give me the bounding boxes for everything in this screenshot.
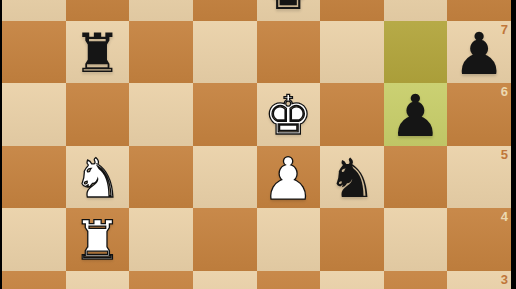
rank-label-5: 5 [501,147,508,162]
square-a4[interactable] [2,208,66,271]
black-pawn[interactable]: ♟ [384,85,448,148]
square-c5[interactable] [129,146,193,209]
square-g3[interactable] [384,271,448,289]
white-king[interactable]: ♚ [257,85,321,148]
square-a5[interactable] [2,146,66,209]
square-e6[interactable]: ♚ [257,83,321,146]
square-b3[interactable] [66,271,130,289]
square-h6[interactable]: 6 [447,83,511,146]
square-h4[interactable]: 4 [447,208,511,271]
square-g8[interactable] [384,0,448,21]
square-b7[interactable]: ♜ [66,21,130,84]
square-e8[interactable]: ♚ [257,0,321,21]
chessboard-frame: ♚8♜7♟♚♟6♞♟♞5♜4321 [0,0,516,289]
square-c7[interactable] [129,21,193,84]
square-d6[interactable] [193,83,257,146]
white-rook[interactable]: ♜ [66,210,130,273]
square-g5[interactable] [384,146,448,209]
square-g4[interactable] [384,208,448,271]
square-f7[interactable] [320,21,384,84]
square-d4[interactable] [193,208,257,271]
square-c6[interactable] [129,83,193,146]
square-d8[interactable] [193,0,257,21]
square-e7[interactable] [257,21,321,84]
square-g6[interactable]: ♟ [384,83,448,146]
square-e4[interactable] [257,208,321,271]
square-f3[interactable] [320,271,384,289]
white-pawn[interactable]: ♟ [257,148,321,211]
white-knight[interactable]: ♞ [66,148,130,211]
square-b4[interactable]: ♜ [66,208,130,271]
black-rook[interactable]: ♜ [66,23,130,86]
square-a3[interactable] [2,271,66,289]
square-f8[interactable] [320,0,384,21]
square-e5[interactable]: ♟ [257,146,321,209]
square-d5[interactable] [193,146,257,209]
square-c8[interactable] [129,0,193,21]
square-d3[interactable] [193,271,257,289]
chessboard: ♚8♜7♟♚♟6♞♟♞5♜4321 [2,0,511,289]
square-h8[interactable]: 8 [447,0,511,21]
square-a6[interactable] [2,83,66,146]
square-f4[interactable] [320,208,384,271]
square-c3[interactable] [129,271,193,289]
square-h3[interactable]: 3 [447,271,511,289]
square-b5[interactable]: ♞ [66,146,130,209]
square-b8[interactable] [66,0,130,21]
square-f6[interactable] [320,83,384,146]
black-knight[interactable]: ♞ [320,148,384,211]
rank-label-4: 4 [501,209,508,224]
square-h5[interactable]: 5 [447,146,511,209]
square-f5[interactable]: ♞ [320,146,384,209]
black-king[interactable]: ♚ [257,0,321,23]
square-e3[interactable] [257,271,321,289]
square-a7[interactable] [2,21,66,84]
square-b6[interactable] [66,83,130,146]
rank-label-3: 3 [501,272,508,287]
square-d7[interactable] [193,21,257,84]
square-a8[interactable] [2,0,66,21]
square-h7[interactable]: 7♟ [447,21,511,84]
rank-label-6: 6 [501,84,508,99]
square-c4[interactable] [129,208,193,271]
black-pawn[interactable]: ♟ [447,23,511,86]
square-g7[interactable] [384,21,448,84]
